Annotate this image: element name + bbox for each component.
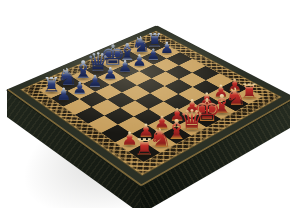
piece-blue-pawn-f7[interactable]: ♟ [132,53,146,69]
piece-blue-pawn-b7[interactable]: ♟ [72,80,87,97]
piece-blue-pawn-a7[interactable]: ♟ [56,87,71,104]
piece-blue-pawn-g7[interactable]: ♟ [146,47,160,63]
piece-blue-pawn-c7[interactable]: ♟ [88,73,103,90]
piece-red-rook-a1[interactable]: ♜ [134,136,155,159]
piece-blue-pawn-h7[interactable]: ♟ [160,41,174,57]
chess-set-photo: ♜♞♝♛♚♝♞♜♟♟♟♟♟♟♟♟♟♟♟♟♟♟♟♟♜♞♝♛♚♝♞♜ [0,0,290,208]
piece-blue-pawn-d7[interactable]: ♟ [103,66,118,83]
pieces-layer: ♜♞♝♛♚♝♞♜♟♟♟♟♟♟♟♟♟♟♟♟♟♟♟♟♜♞♝♛♚♝♞♜ [0,0,290,208]
piece-blue-pawn-e7[interactable]: ♟ [118,59,133,75]
